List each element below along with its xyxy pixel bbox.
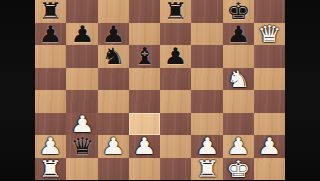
square-g8[interactable]: ♚: [223, 0, 254, 23]
square-a7[interactable]: ♟: [35, 23, 66, 46]
square-b8[interactable]: [66, 0, 97, 23]
square-e6[interactable]: ♟: [160, 45, 191, 68]
square-h7[interactable]: ♛: [254, 23, 285, 46]
black-pawn[interactable]: ♟: [101, 23, 125, 46]
square-f2[interactable]: ♟: [191, 135, 222, 158]
square-f6[interactable]: [191, 45, 222, 68]
square-d6[interactable]: ♝: [129, 45, 160, 68]
black-rook[interactable]: ♜: [163, 0, 187, 23]
chess-board: ♜♜♚♟♟♟♟♛♞♝♟♞♟♟♛♟♟♟♟♟♜♜♚: [35, 0, 285, 180]
white-pawn[interactable]: ♟: [132, 135, 156, 158]
square-g1[interactable]: ♚: [223, 158, 254, 181]
square-c3[interactable]: [98, 113, 129, 136]
square-g4[interactable]: [223, 90, 254, 113]
square-a3[interactable]: [35, 113, 66, 136]
square-a4[interactable]: [35, 90, 66, 113]
square-a8[interactable]: ♜: [35, 0, 66, 23]
square-g5[interactable]: ♞: [223, 68, 254, 91]
square-d2[interactable]: ♟: [129, 135, 160, 158]
square-g6[interactable]: [223, 45, 254, 68]
white-pawn[interactable]: ♟: [226, 135, 250, 158]
square-e2[interactable]: [160, 135, 191, 158]
square-b1[interactable]: [66, 158, 97, 181]
square-h5[interactable]: [254, 68, 285, 91]
square-h4[interactable]: [254, 90, 285, 113]
white-pawn[interactable]: ♟: [70, 113, 94, 136]
square-h8[interactable]: [254, 0, 285, 23]
square-h2[interactable]: ♟: [254, 135, 285, 158]
square-a1[interactable]: ♜: [35, 158, 66, 181]
square-e8[interactable]: ♜: [160, 0, 191, 23]
square-f3[interactable]: [191, 113, 222, 136]
square-c1[interactable]: [98, 158, 129, 181]
square-b4[interactable]: [66, 90, 97, 113]
square-c2[interactable]: ♟: [98, 135, 129, 158]
square-a5[interactable]: [35, 68, 66, 91]
square-c5[interactable]: [98, 68, 129, 91]
black-queen[interactable]: ♛: [70, 135, 94, 158]
square-e1[interactable]: [160, 158, 191, 181]
white-pawn[interactable]: ♟: [195, 135, 219, 158]
white-pawn[interactable]: ♟: [101, 135, 125, 158]
black-rook[interactable]: ♜: [38, 0, 62, 23]
square-d8[interactable]: [129, 0, 160, 23]
square-h6[interactable]: [254, 45, 285, 68]
square-d1[interactable]: [129, 158, 160, 181]
square-d3[interactable]: [129, 113, 160, 136]
square-e3[interactable]: [160, 113, 191, 136]
square-h1[interactable]: [254, 158, 285, 181]
white-rook[interactable]: ♜: [195, 158, 219, 181]
square-e5[interactable]: [160, 68, 191, 91]
white-pawn[interactable]: ♟: [38, 135, 62, 158]
letterbox-right: [285, 0, 320, 180]
square-b5[interactable]: [66, 68, 97, 91]
square-f8[interactable]: [191, 0, 222, 23]
white-queen[interactable]: ♛: [257, 23, 281, 46]
black-bishop[interactable]: ♝: [132, 45, 156, 68]
black-pawn[interactable]: ♟: [38, 23, 62, 46]
white-pawn[interactable]: ♟: [257, 135, 281, 158]
letterbox-left: [0, 0, 35, 180]
black-pawn[interactable]: ♟: [70, 23, 94, 46]
square-b7[interactable]: ♟: [66, 23, 97, 46]
square-e4[interactable]: [160, 90, 191, 113]
square-g3[interactable]: [223, 113, 254, 136]
square-a2[interactable]: ♟: [35, 135, 66, 158]
square-d4[interactable]: [129, 90, 160, 113]
black-pawn[interactable]: ♟: [226, 23, 250, 46]
white-king[interactable]: ♚: [226, 158, 250, 181]
black-knight[interactable]: ♞: [101, 45, 125, 68]
white-rook[interactable]: ♜: [38, 158, 62, 181]
square-b2[interactable]: ♛: [66, 135, 97, 158]
square-g2[interactable]: ♟: [223, 135, 254, 158]
square-c6[interactable]: ♞: [98, 45, 129, 68]
square-c7[interactable]: ♟: [98, 23, 129, 46]
square-f5[interactable]: [191, 68, 222, 91]
square-b6[interactable]: [66, 45, 97, 68]
square-c4[interactable]: [98, 90, 129, 113]
square-h3[interactable]: [254, 113, 285, 136]
white-knight[interactable]: ♞: [226, 68, 250, 91]
square-g7[interactable]: ♟: [223, 23, 254, 46]
square-f1[interactable]: ♜: [191, 158, 222, 181]
video-frame: ♜♜♚♟♟♟♟♛♞♝♟♞♟♟♛♟♟♟♟♟♜♜♚: [0, 0, 320, 180]
square-f4[interactable]: [191, 90, 222, 113]
square-b3[interactable]: ♟: [66, 113, 97, 136]
square-f7[interactable]: [191, 23, 222, 46]
square-d5[interactable]: [129, 68, 160, 91]
square-c8[interactable]: [98, 0, 129, 23]
black-king[interactable]: ♚: [226, 0, 250, 23]
square-d7[interactable]: [129, 23, 160, 46]
square-a6[interactable]: [35, 45, 66, 68]
square-e7[interactable]: [160, 23, 191, 46]
black-pawn[interactable]: ♟: [163, 45, 187, 68]
